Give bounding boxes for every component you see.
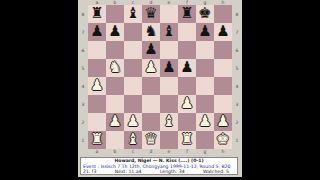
file-label-c: c	[124, 149, 142, 156]
square-h8	[214, 5, 232, 23]
white-pawn-piece: ♟	[198, 112, 211, 130]
square-c4	[124, 77, 142, 95]
rank-label-1: 1	[78, 131, 88, 149]
file-label-h: h	[214, 149, 232, 156]
square-a8: ♜	[88, 5, 106, 23]
square-g3	[196, 95, 214, 113]
black-pawn-piece: ♟	[144, 40, 157, 58]
white-pawn-piece: ♟	[108, 112, 121, 130]
rank-label-7: 7	[78, 23, 88, 41]
square-g2: ♟	[196, 113, 214, 131]
square-f1: ♜	[178, 131, 196, 149]
square-b4	[106, 77, 124, 95]
file-labels-bottom: abcdefgh	[88, 149, 232, 156]
chess-board: ♜♝♛♜♚♟♟♞♝♟♟♟♞♟♟♟♟♟♟♟♝♟♟♜♝♛♜♚	[88, 5, 232, 149]
rank-label-6: 6	[78, 41, 88, 59]
square-b7: ♟	[106, 23, 124, 41]
square-c1: ♝	[124, 131, 142, 149]
square-d3	[142, 95, 160, 113]
square-a2	[88, 113, 106, 131]
rank-label-6: 6	[232, 41, 242, 59]
black-pawn-piece: ♟	[90, 22, 103, 40]
square-f3: ♟	[178, 95, 196, 113]
white-queen-piece: ♛	[144, 130, 157, 148]
square-g7: ♟	[196, 23, 214, 41]
square-h2: ♟	[214, 113, 232, 131]
white-bishop-piece: ♝	[126, 130, 139, 148]
square-c2: ♟	[124, 113, 142, 131]
file-label-a: a	[88, 149, 106, 156]
square-b1	[106, 131, 124, 149]
square-d2	[142, 113, 160, 131]
square-f8: ♜	[178, 5, 196, 23]
white-pawn-piece: ♟	[126, 112, 139, 130]
white-rook-piece: ♜	[180, 130, 193, 148]
black-queen-piece: ♛	[144, 4, 157, 22]
rank-label-2: 2	[232, 113, 242, 131]
square-g8: ♚	[196, 5, 214, 23]
rank-label-2: 2	[78, 113, 88, 131]
black-rook-piece: ♜	[90, 4, 103, 22]
white-pawn-piece: ♟	[90, 76, 103, 94]
watched-count: Watched: 5	[203, 169, 229, 175]
square-g5	[196, 59, 214, 77]
rank-label-7: 7	[232, 23, 242, 41]
rank-label-4: 4	[232, 77, 242, 95]
rank-labels-right: 87654321	[232, 5, 242, 149]
square-g1	[196, 131, 214, 149]
square-h1: ♚	[214, 131, 232, 149]
white-king-piece: ♚	[216, 130, 229, 148]
game-length: Length: 34	[160, 169, 185, 175]
square-d5: ♟	[142, 59, 160, 77]
board-panel: abcdefgh 87654321 ♜♝♛♜♚♟♟♞♝♟♟♟♞♟♟♟♟♟♟♟♝♟…	[78, 0, 242, 177]
square-e6	[160, 41, 178, 59]
square-e4	[160, 77, 178, 95]
rank-label-5: 5	[78, 59, 88, 77]
black-pawn-piece: ♟	[162, 58, 175, 76]
square-e2: ♝	[160, 113, 178, 131]
square-a5	[88, 59, 106, 77]
black-pawn-piece: ♟	[108, 22, 121, 40]
stats-line: 21. f3 Next: 11.a4 Length: 34 Watched: 5	[83, 169, 235, 175]
white-pawn-piece: ♟	[180, 94, 193, 112]
square-c8: ♝	[124, 5, 142, 23]
square-f4	[178, 77, 196, 95]
square-a4: ♟	[88, 77, 106, 95]
square-d8: ♛	[142, 5, 160, 23]
white-knight-piece: ♞	[108, 58, 121, 76]
file-label-f: f	[178, 149, 196, 156]
video-frame: abcdefgh 87654321 ♜♝♛♜♚♟♟♞♝♟♟♟♞♟♟♟♟♟♟♟♝♟…	[0, 0, 320, 180]
white-pawn-piece: ♟	[144, 58, 157, 76]
black-pawn-piece: ♟	[198, 22, 211, 40]
rank-label-1: 1	[232, 131, 242, 149]
square-h6	[214, 41, 232, 59]
square-d6: ♟	[142, 41, 160, 59]
rank-label-4: 4	[78, 77, 88, 95]
square-a7: ♟	[88, 23, 106, 41]
square-f7	[178, 23, 196, 41]
square-h3	[214, 95, 232, 113]
square-b3	[106, 95, 124, 113]
square-e5: ♟	[160, 59, 178, 77]
black-rook-piece: ♜	[180, 4, 193, 22]
square-h4	[214, 77, 232, 95]
square-b5: ♞	[106, 59, 124, 77]
move-indicator: 21. f3	[83, 169, 96, 175]
square-d1: ♛	[142, 131, 160, 149]
square-c5	[124, 59, 142, 77]
black-bishop-piece: ♝	[126, 4, 139, 22]
square-a1: ♜	[88, 131, 106, 149]
game-caption-box: Howard, Nigel — N. Kiss (....) (0-1) Eve…	[80, 157, 238, 175]
square-e1	[160, 131, 178, 149]
square-d7: ♞	[142, 23, 160, 41]
rank-labels-left: 87654321	[78, 5, 88, 149]
square-g4	[196, 77, 214, 95]
square-e8	[160, 5, 178, 23]
square-f6	[178, 41, 196, 59]
square-b6	[106, 41, 124, 59]
square-g6	[196, 41, 214, 59]
square-f5: ♟	[178, 59, 196, 77]
black-pawn-piece: ♟	[216, 22, 229, 40]
black-knight-piece: ♞	[144, 22, 157, 40]
square-c7	[124, 23, 142, 41]
file-label-b: b	[106, 149, 124, 156]
file-label-d: d	[142, 149, 160, 156]
white-rook-piece: ♜	[90, 130, 103, 148]
square-e3	[160, 95, 178, 113]
file-label-g: g	[196, 149, 214, 156]
next-move: Next: 11.a4	[115, 169, 142, 175]
white-bishop-piece: ♝	[162, 112, 175, 130]
rank-label-5: 5	[232, 59, 242, 77]
square-a6	[88, 41, 106, 59]
rank-label-3: 3	[78, 95, 88, 113]
square-h7: ♟	[214, 23, 232, 41]
black-pawn-piece: ♟	[180, 58, 193, 76]
square-a3	[88, 95, 106, 113]
black-king-piece: ♚	[198, 4, 211, 22]
square-c3	[124, 95, 142, 113]
square-h5	[214, 59, 232, 77]
square-d4	[142, 77, 160, 95]
square-f2	[178, 113, 196, 131]
square-c6	[124, 41, 142, 59]
square-b8	[106, 5, 124, 23]
square-e7: ♝	[160, 23, 178, 41]
rank-label-8: 8	[232, 5, 242, 23]
file-label-e: e	[160, 149, 178, 156]
square-b2: ♟	[106, 113, 124, 131]
rank-label-3: 3	[232, 95, 242, 113]
rank-label-8: 8	[78, 5, 88, 23]
white-pawn-piece: ♟	[216, 112, 229, 130]
black-bishop-piece: ♝	[162, 22, 175, 40]
